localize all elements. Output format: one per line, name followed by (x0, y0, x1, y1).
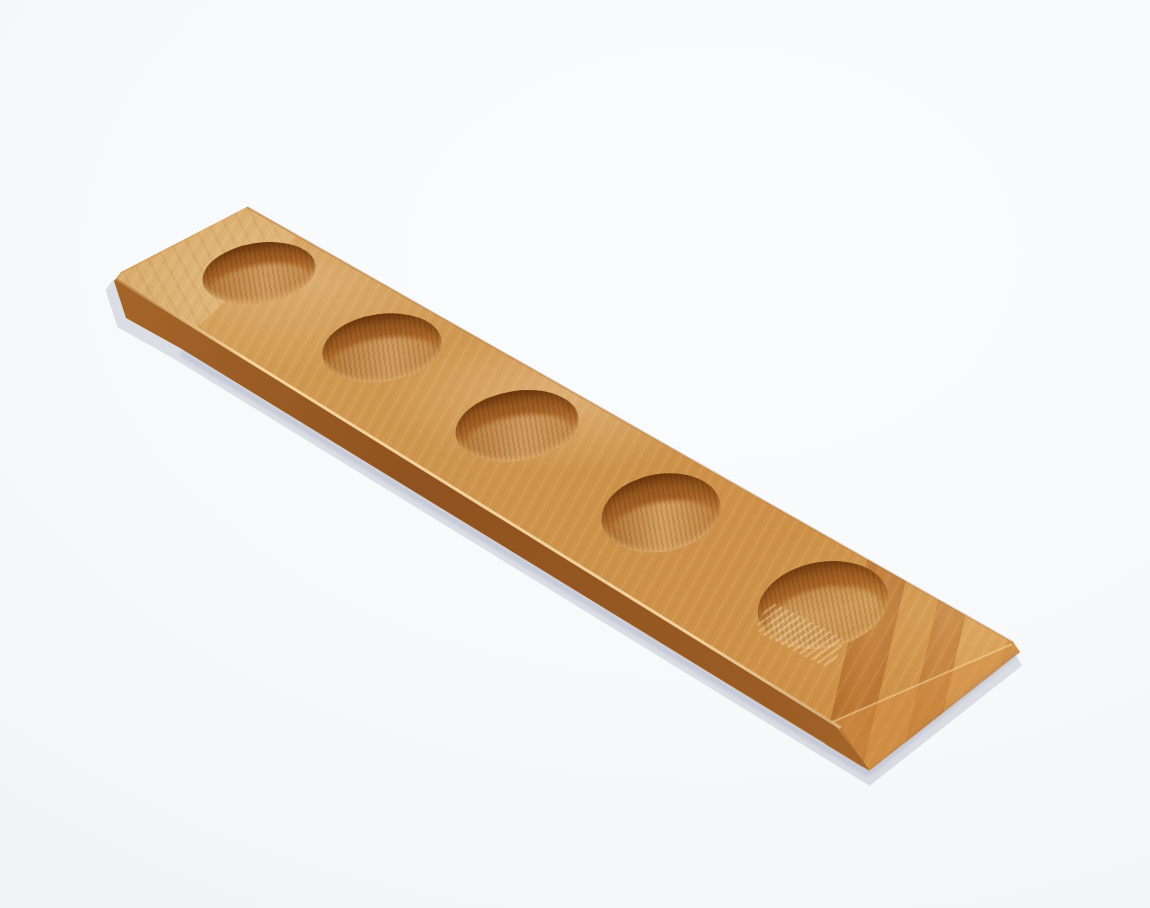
light-sheen-overlay (0, 0, 1150, 908)
mancala-board (0, 0, 1150, 908)
photo-scene: { "image_type": "studio product photogra… (0, 0, 1150, 908)
